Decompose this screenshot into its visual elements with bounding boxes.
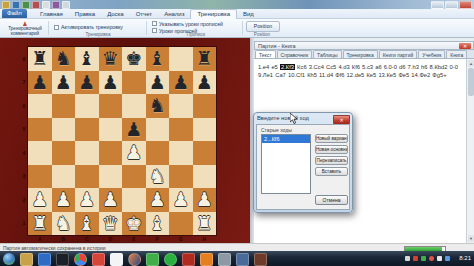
rank-label: 5 <box>20 118 28 142</box>
square-c6[interactable] <box>75 94 99 118</box>
firefox-icon[interactable] <box>128 253 141 266</box>
rank-labels: 87654321 <box>20 47 28 235</box>
dialog-title: Введите новый ход <box>257 114 309 123</box>
tab-kniga[interactable]: Книга <box>446 50 467 58</box>
window-controls <box>431 1 472 9</box>
square-a6[interactable] <box>28 94 52 118</box>
square-g4[interactable] <box>169 141 193 165</box>
scroll-up-icon[interactable]: ▲ <box>468 60 474 67</box>
chess-app-icon[interactable] <box>254 253 267 266</box>
move-listbox[interactable]: 2...Кf6 <box>261 134 311 194</box>
square-d2[interactable]: ♟ <box>99 188 123 212</box>
position-button[interactable]: Position <box>246 21 280 32</box>
black-pawn-piece[interactable]: ♟ <box>99 71 123 95</box>
square-d7[interactable]: ♟ <box>99 71 123 95</box>
selected-move-item[interactable]: 2...Кf6 <box>262 135 310 143</box>
quick-access-toolbar <box>2 1 70 9</box>
square-a8[interactable]: ♜ <box>28 47 52 71</box>
group-label-training: Тренировка <box>54 32 142 37</box>
white-pawn-piece[interactable]: ♟ <box>146 188 170 212</box>
board-pane: 87654321 ♜♞♝♛♚♝♜♟♟♟♟♟♟♟♞♟♟♞♟♟♟♟♟♟♟♜♞♝♛♚♝… <box>0 38 250 243</box>
rank-label: 1 <box>20 212 28 236</box>
scroll-down-icon[interactable]: ▼ <box>468 235 474 242</box>
square-a1[interactable]: ♜ <box>28 212 52 236</box>
square-f6[interactable]: ♞ <box>146 94 170 118</box>
current-move[interactable]: 2.Кf3 <box>280 64 295 70</box>
title-bar <box>0 0 474 9</box>
square-b8[interactable]: ♞ <box>52 47 76 71</box>
white-pawn-piece[interactable]: ♟ <box>122 141 146 165</box>
black-king-piece[interactable]: ♚ <box>122 47 146 71</box>
board-setup-icon[interactable] <box>62 1 70 9</box>
black-pawn-piece[interactable]: ♟ <box>52 71 76 95</box>
square-e7[interactable] <box>122 71 146 95</box>
file-label: F <box>146 235 170 243</box>
square-a5[interactable] <box>28 118 52 142</box>
file-labels: ABCDEFGH <box>28 235 216 243</box>
square-c4[interactable] <box>75 141 99 165</box>
white-rook-piece[interactable]: ♜ <box>193 212 217 236</box>
system-tray <box>405 256 450 261</box>
white-pawn-piece[interactable]: ♟ <box>75 188 99 212</box>
maximize-button[interactable] <box>445 1 458 9</box>
dialog-body: Старые ходы 2...Кf6 Новый вариант Новая … <box>256 124 350 210</box>
black-bishop-piece[interactable]: ♝ <box>75 47 99 71</box>
black-pawn-piece[interactable]: ♟ <box>75 71 99 95</box>
tab-spravochnik[interactable]: Справочник <box>277 50 313 58</box>
square-a3[interactable] <box>28 165 52 189</box>
square-e6[interactable] <box>122 94 146 118</box>
dialog-list-label: Старые ходы <box>261 127 292 133</box>
square-f2[interactable]: ♟ <box>146 188 170 212</box>
white-knight-piece[interactable]: ♞ <box>146 165 170 189</box>
square-g3[interactable] <box>169 165 193 189</box>
black-knight-piece[interactable]: ♞ <box>146 94 170 118</box>
square-b7[interactable]: ♟ <box>52 71 76 95</box>
white-pawn-piece[interactable]: ♟ <box>52 188 76 212</box>
square-d6[interactable] <box>99 94 123 118</box>
redo-icon[interactable] <box>32 1 40 9</box>
tab-tekst[interactable]: Текст <box>255 50 276 58</box>
checkbox-icon[interactable] <box>54 25 59 30</box>
tab-glavnaya[interactable]: Главная <box>34 9 69 19</box>
rank-label: 8 <box>20 47 28 71</box>
black-pawn-piece[interactable]: ♟ <box>28 71 52 95</box>
overwrite-button[interactable]: Перезаписать <box>315 156 348 165</box>
app-logo-icon <box>2 1 10 9</box>
rank-label: 4 <box>20 141 28 165</box>
square-h6[interactable] <box>193 94 217 118</box>
notation-scrollbar[interactable]: ▲ ▼ <box>466 59 474 243</box>
checkbox-icon[interactable] <box>152 21 157 26</box>
whatsapp-icon[interactable] <box>164 253 177 266</box>
square-e2[interactable] <box>122 188 146 212</box>
antivirus-tray-icon[interactable] <box>413 256 418 261</box>
new-variation-button[interactable]: Новый вариант <box>315 134 348 143</box>
file-label: E <box>122 235 146 243</box>
group-separator <box>242 21 243 35</box>
file-label: B <box>52 235 76 243</box>
black-pawn-piece[interactable]: ♟ <box>122 118 146 142</box>
status-bar: Партия автоматически сохранена в истории <box>0 243 474 251</box>
square-a4[interactable] <box>28 141 52 165</box>
activate-training-label: Активировать тренировку <box>61 24 123 30</box>
chrome-icon[interactable] <box>74 253 87 266</box>
black-bishop-piece[interactable]: ♝ <box>146 47 170 71</box>
square-e3[interactable] <box>122 165 146 189</box>
square-f8[interactable]: ♝ <box>146 47 170 71</box>
white-pawn-piece[interactable]: ♟ <box>169 188 193 212</box>
undo-icon[interactable] <box>22 1 30 9</box>
new-game-icon[interactable] <box>52 1 60 9</box>
square-g2[interactable]: ♟ <box>169 188 193 212</box>
file-label: D <box>99 235 123 243</box>
taskbar-clock[interactable]: 8:21 <box>459 255 471 261</box>
white-bishop-piece[interactable]: ♝ <box>75 212 99 236</box>
black-pawn-piece[interactable]: ♟ <box>169 71 193 95</box>
white-king-piece[interactable]: ♚ <box>122 212 146 236</box>
taskbar: 8:21 <box>0 251 474 266</box>
tab-analiz[interactable]: Анализ <box>158 9 190 19</box>
rank-label: 2 <box>20 188 28 212</box>
white-pawn-piece[interactable]: ♟ <box>28 188 52 212</box>
tab-trenirovka-panel[interactable]: Тренировка <box>343 50 378 58</box>
notepad-icon[interactable] <box>110 253 123 266</box>
group-separator <box>146 21 147 35</box>
training-comment-button[interactable]: ♟ Тренировочный комментарий <box>3 20 47 38</box>
square-d4[interactable] <box>99 141 123 165</box>
black-pawn-piece[interactable]: ♟ <box>146 71 170 95</box>
square-e8[interactable]: ♚ <box>122 47 146 71</box>
square-c2[interactable]: ♟ <box>75 188 99 212</box>
black-queen-piece[interactable]: ♛ <box>99 47 123 71</box>
rank-label: 3 <box>20 165 28 189</box>
square-g1[interactable] <box>169 212 193 236</box>
ribbon-tab-row: Файл Главная Правка Доска Отчет Анализ Т… <box>0 9 474 19</box>
square-b6[interactable] <box>52 94 76 118</box>
square-f7[interactable]: ♟ <box>146 71 170 95</box>
tab-uchebnik[interactable]: Учебник <box>418 50 445 58</box>
photos-icon[interactable] <box>200 253 213 266</box>
group-separator <box>48 21 49 35</box>
network-tray-icon[interactable] <box>437 256 442 261</box>
tab-pravka[interactable]: Правка <box>69 9 101 19</box>
square-h2[interactable]: ♟ <box>193 188 217 212</box>
status-text: Партия автоматически сохранена в истории <box>3 245 106 251</box>
scroll-thumb[interactable] <box>468 68 474 96</box>
close-button[interactable] <box>459 1 472 9</box>
square-h1[interactable]: ♜ <box>193 212 217 236</box>
mouse-cursor-icon <box>290 113 298 124</box>
square-h3[interactable] <box>193 165 217 189</box>
powerpoint-icon[interactable] <box>92 253 105 266</box>
screen: { "game": "chess", "position": "rnbqkb1r… <box>0 0 474 266</box>
panel-close-icon[interactable]: ✕ <box>459 43 471 49</box>
insert-button[interactable]: Вставить <box>315 167 348 176</box>
black-pawn-piece[interactable]: ♟ <box>193 71 217 95</box>
tab-otchet[interactable]: Отчет <box>130 9 158 19</box>
skype-icon[interactable] <box>236 253 249 266</box>
file-label: G <box>169 235 193 243</box>
adobe-reader-icon[interactable] <box>182 253 195 266</box>
cancel-button[interactable]: Отмена <box>315 195 348 205</box>
volume-tray-icon[interactable] <box>445 256 450 261</box>
group-label-position: Position <box>246 32 278 37</box>
save-icon[interactable] <box>12 1 20 9</box>
square-c7[interactable]: ♟ <box>75 71 99 95</box>
square-c3[interactable] <box>75 165 99 189</box>
new-main-line-button[interactable]: Новая основная линия <box>315 145 348 154</box>
square-e4[interactable]: ♟ <box>122 141 146 165</box>
square-c8[interactable]: ♝ <box>75 47 99 71</box>
tab-doska[interactable]: Доска <box>101 9 130 19</box>
activate-training-checkbox[interactable]: Активировать тренировку <box>54 24 123 30</box>
gmail-tray-icon[interactable] <box>429 256 434 261</box>
white-rook-piece[interactable]: ♜ <box>28 212 52 236</box>
dialog-close-icon[interactable]: ✕ <box>333 115 350 125</box>
square-h7[interactable]: ♟ <box>193 71 217 95</box>
black-rook-piece[interactable]: ♜ <box>28 47 52 71</box>
notation-pane-title-text: Партия - Книга <box>258 43 296 49</box>
lesson-hints-checkbox[interactable]: Указывать уроки прописей <box>152 21 223 27</box>
square-g8[interactable] <box>169 47 193 71</box>
square-a7[interactable]: ♟ <box>28 71 52 95</box>
square-f4[interactable] <box>146 141 170 165</box>
black-rook-piece[interactable]: ♜ <box>193 47 217 71</box>
group-label-propisi: Прописи <box>152 32 240 37</box>
tab-vid[interactable]: Вид <box>237 9 260 19</box>
black-knight-piece[interactable]: ♞ <box>52 47 76 71</box>
square-b5[interactable] <box>52 118 76 142</box>
square-c1[interactable]: ♝ <box>75 212 99 236</box>
square-d5[interactable] <box>99 118 123 142</box>
board-grid[interactable]: ♜♞♝♛♚♝♜♟♟♟♟♟♟♟♞♟♟♞♟♟♟♟♟♟♟♜♞♝♛♚♝♜ <box>28 47 216 235</box>
square-d1[interactable]: ♛ <box>99 212 123 236</box>
square-b4[interactable] <box>52 141 76 165</box>
tab-tablitsy[interactable]: Таблицы <box>313 50 341 58</box>
white-knight-piece[interactable]: ♞ <box>52 212 76 236</box>
square-d3[interactable] <box>99 165 123 189</box>
white-bishop-piece[interactable]: ♝ <box>146 212 170 236</box>
print-icon[interactable] <box>42 1 50 9</box>
ribbon: ♟ Тренировочный комментарий Активировать… <box>0 19 474 38</box>
square-g7[interactable]: ♟ <box>169 71 193 95</box>
minimize-button[interactable] <box>431 1 444 9</box>
file-label: C <box>75 235 99 243</box>
white-pawn-piece[interactable]: ♟ <box>193 188 217 212</box>
settings-icon[interactable] <box>218 253 231 266</box>
taskbar-icons <box>20 253 267 266</box>
moves-before: 1.e4 e5 <box>258 64 280 70</box>
file-label: H <box>193 235 217 243</box>
white-pawn-piece[interactable]: ♟ <box>99 188 123 212</box>
square-h8[interactable]: ♜ <box>193 47 217 71</box>
square-g6[interactable] <box>169 94 193 118</box>
square-h5[interactable] <box>193 118 217 142</box>
update-tray-icon[interactable] <box>421 256 426 261</box>
notation-pane-title: Партия - Книга ✕ <box>254 41 474 50</box>
square-b2[interactable]: ♟ <box>52 188 76 212</box>
square-h4[interactable] <box>193 141 217 165</box>
white-queen-piece[interactable]: ♛ <box>99 212 123 236</box>
start-button[interactable] <box>3 253 15 265</box>
square-f5[interactable] <box>146 118 170 142</box>
tab-trenirovka[interactable]: Тренировка <box>190 9 237 19</box>
square-b1[interactable]: ♞ <box>52 212 76 236</box>
square-f3[interactable]: ♞ <box>146 165 170 189</box>
square-c5[interactable] <box>75 118 99 142</box>
lesson-hints-label: Указывать уроки прописей <box>159 21 223 27</box>
square-a2[interactable]: ♟ <box>28 188 52 212</box>
tab-knigi-partiy[interactable]: Книги партий <box>379 50 418 58</box>
square-d8[interactable]: ♛ <box>99 47 123 71</box>
rank-label: 6 <box>20 94 28 118</box>
internet-explorer-icon[interactable] <box>38 253 51 266</box>
explorer-icon[interactable] <box>20 253 33 266</box>
language-tray-icon[interactable] <box>405 256 410 261</box>
new-move-dialog: Введите новый ход ✕ Старые ходы 2...Кf6 … <box>253 112 353 213</box>
training-comment-label-2: комментарий <box>4 32 46 37</box>
square-b3[interactable] <box>52 165 76 189</box>
excel-icon[interactable] <box>146 253 159 266</box>
rank-label: 7 <box>20 71 28 95</box>
square-g5[interactable] <box>169 118 193 142</box>
square-e1[interactable]: ♚ <box>122 212 146 236</box>
square-f1[interactable]: ♝ <box>146 212 170 236</box>
media-player-icon[interactable] <box>56 253 69 266</box>
tab-file[interactable]: Файл <box>2 9 27 18</box>
square-e5[interactable]: ♟ <box>122 118 146 142</box>
notation-tabs: Текст Справочник Таблицы Тренировка Книг… <box>254 50 474 59</box>
file-label: A <box>28 235 52 243</box>
